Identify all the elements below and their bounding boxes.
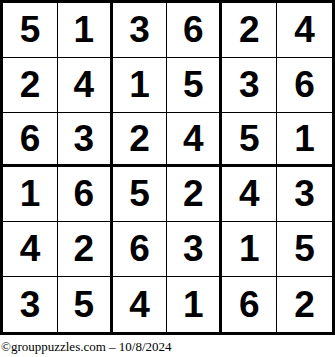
sudoku-cell-r4c3: 5 — [113, 167, 168, 222]
sudoku-cell-r3c3: 2 — [113, 113, 168, 168]
sudoku-cell-r1c3: 3 — [113, 3, 168, 58]
sudoku-cell-r6c3: 4 — [113, 277, 168, 332]
sudoku-cell-r5c2: 2 — [58, 222, 113, 277]
sudoku-cell-r1c6: 4 — [277, 3, 332, 58]
sudoku-cell-r4c6: 3 — [277, 167, 332, 222]
sudoku-cell-r4c1: 1 — [3, 167, 58, 222]
sudoku-cell-r4c4: 2 — [167, 167, 222, 222]
sudoku-board: 5 1 3 6 2 4 2 4 1 5 3 6 6 3 2 4 5 1 1 6 … — [0, 0, 335, 335]
sudoku-cell-r6c2: 5 — [58, 277, 113, 332]
sudoku-cell-r4c2: 6 — [58, 167, 113, 222]
sudoku-cell-r3c4: 4 — [167, 113, 222, 168]
sudoku-cell-r2c5: 3 — [222, 58, 277, 113]
sudoku-cell-r5c1: 4 — [3, 222, 58, 277]
sudoku-cell-r6c6: 2 — [277, 277, 332, 332]
sudoku-cell-r1c5: 2 — [222, 3, 277, 58]
sudoku-cell-r5c3: 6 — [113, 222, 168, 277]
sudoku-cell-r5c5: 1 — [222, 222, 277, 277]
sudoku-cell-r2c3: 1 — [113, 58, 168, 113]
sudoku-cell-r2c1: 2 — [3, 58, 58, 113]
sudoku-cell-r1c1: 5 — [3, 3, 58, 58]
sudoku-cell-r3c6: 1 — [277, 113, 332, 168]
sudoku-cell-r5c6: 5 — [277, 222, 332, 277]
credit-text: ©grouppuzzles.com – 10/8/2024 — [1, 336, 335, 357]
sudoku-cell-r5c4: 3 — [167, 222, 222, 277]
sudoku-cell-r2c2: 4 — [58, 58, 113, 113]
sudoku-cell-r1c4: 6 — [167, 3, 222, 58]
sudoku-cell-r2c6: 6 — [277, 58, 332, 113]
sudoku-cell-r2c4: 5 — [167, 58, 222, 113]
sudoku-cell-r6c5: 6 — [222, 277, 277, 332]
sudoku-cell-r6c1: 3 — [3, 277, 58, 332]
sudoku-cell-r3c2: 3 — [58, 113, 113, 168]
sudoku-cell-r6c4: 1 — [167, 277, 222, 332]
sudoku-page: 5 1 3 6 2 4 2 4 1 5 3 6 6 3 2 4 5 1 1 6 … — [0, 0, 335, 357]
sudoku-cell-r4c5: 4 — [222, 167, 277, 222]
sudoku-cell-r1c2: 1 — [58, 3, 113, 58]
sudoku-cell-r3c5: 5 — [222, 113, 277, 168]
sudoku-cell-r3c1: 6 — [3, 113, 58, 168]
